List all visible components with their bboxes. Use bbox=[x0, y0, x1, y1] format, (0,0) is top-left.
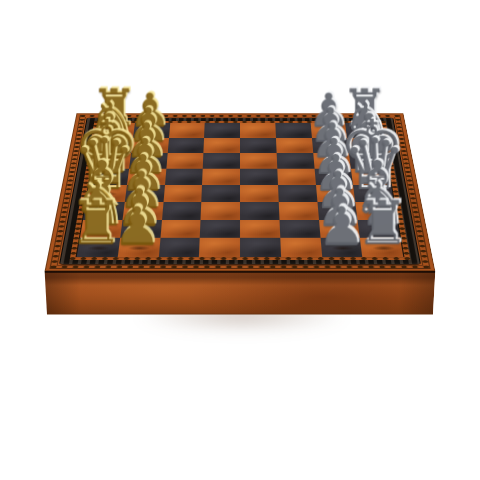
square[interactable] bbox=[199, 238, 240, 257]
square[interactable] bbox=[201, 202, 240, 220]
square[interactable] bbox=[203, 153, 240, 169]
product-photo-scene: ♜♟♟♜♞♟♟♞♝♟♟♝♚♟♟♚♛♟♟♛♝♟♟♝♞♟♟♞♜♟♟♜ bbox=[0, 0, 480, 480]
square[interactable] bbox=[202, 185, 240, 202]
square[interactable] bbox=[240, 238, 281, 257]
square[interactable] bbox=[240, 202, 279, 220]
square[interactable] bbox=[204, 138, 240, 153]
square[interactable] bbox=[240, 153, 277, 169]
gold-piece-icon: ♜ bbox=[60, 192, 133, 252]
square[interactable] bbox=[204, 123, 240, 138]
square[interactable] bbox=[240, 185, 278, 202]
silver-piece-icon: ♜ bbox=[347, 192, 420, 252]
piece-bR[interactable]: ♜ bbox=[347, 192, 420, 252]
square[interactable] bbox=[169, 123, 205, 138]
square[interactable] bbox=[275, 123, 311, 138]
square[interactable] bbox=[202, 169, 240, 185]
square[interactable] bbox=[240, 138, 276, 153]
square[interactable] bbox=[240, 169, 278, 185]
square[interactable] bbox=[240, 123, 276, 138]
board-box-front bbox=[45, 271, 436, 315]
piece-wR[interactable]: ♜ bbox=[60, 192, 133, 252]
chess-board: ♜♟♟♜♞♟♟♞♝♟♟♝♚♟♟♚♛♟♟♛♝♟♟♝♞♟♟♞♜♟♟♜ bbox=[45, 113, 436, 271]
square[interactable] bbox=[200, 219, 240, 237]
square[interactable] bbox=[240, 219, 280, 237]
